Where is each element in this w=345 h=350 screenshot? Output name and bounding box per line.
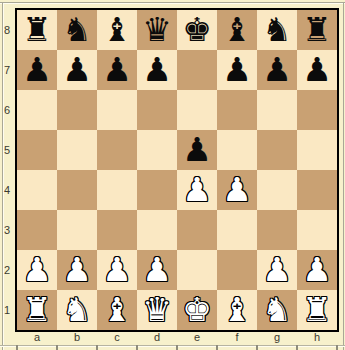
- white-bishop: ♝: [97, 290, 137, 330]
- square-g2[interactable]: ♟: [257, 250, 297, 290]
- white-pawn: ♟: [97, 250, 137, 290]
- white-pawn: ♟: [17, 250, 57, 290]
- file-label-h: h: [297, 331, 337, 345]
- square-e5[interactable]: ♟: [177, 130, 217, 170]
- ruler-tick: [56, 345, 58, 350]
- black-king: ♚: [177, 10, 217, 50]
- square-a7[interactable]: ♟: [17, 50, 57, 90]
- square-f7[interactable]: ♟: [217, 50, 257, 90]
- square-e8[interactable]: ♚: [177, 10, 217, 50]
- chessboard-panel: 87654321 ♜♞♝♛♚♝♞♜♟♟♟♟♟♟♟♟♟♟♟♟♟♟♟♟♜♞♝♛♚♝♞…: [0, 0, 345, 350]
- ruler-tick: [136, 345, 138, 350]
- ruler-tick: [256, 345, 258, 350]
- rank-labels: 87654321: [0, 10, 15, 330]
- square-c4[interactable]: [97, 170, 137, 210]
- square-g8[interactable]: ♞: [257, 10, 297, 50]
- square-f4[interactable]: ♟: [217, 170, 257, 210]
- black-queen: ♛: [137, 10, 177, 50]
- square-b6[interactable]: [57, 90, 97, 130]
- square-d4[interactable]: [137, 170, 177, 210]
- file-label-e: e: [177, 331, 217, 345]
- square-d7[interactable]: ♟: [137, 50, 177, 90]
- black-pawn: ♟: [257, 50, 297, 90]
- square-h2[interactable]: ♟: [297, 250, 337, 290]
- ruler-tick: [296, 345, 298, 350]
- square-e6[interactable]: [177, 90, 217, 130]
- square-g6[interactable]: [257, 90, 297, 130]
- square-g5[interactable]: [257, 130, 297, 170]
- white-rook: ♜: [17, 290, 57, 330]
- ruler-tick: [96, 345, 98, 350]
- white-pawn: ♟: [217, 170, 257, 210]
- square-e3[interactable]: [177, 210, 217, 250]
- rank-label-7: 7: [0, 50, 14, 90]
- square-e4[interactable]: ♟: [177, 170, 217, 210]
- square-h6[interactable]: [297, 90, 337, 130]
- black-bishop: ♝: [217, 10, 257, 50]
- ruler-tick: [336, 345, 338, 350]
- ruler-tick: [216, 345, 218, 350]
- square-c3[interactable]: [97, 210, 137, 250]
- square-d5[interactable]: [137, 130, 177, 170]
- square-h1[interactable]: ♜: [297, 290, 337, 330]
- panel-top-highlight: [0, 3, 345, 4]
- black-pawn: ♟: [177, 130, 217, 170]
- square-f8[interactable]: ♝: [217, 10, 257, 50]
- ruler-tick: [176, 345, 178, 350]
- square-b5[interactable]: [57, 130, 97, 170]
- white-knight: ♞: [257, 290, 297, 330]
- square-f3[interactable]: [217, 210, 257, 250]
- black-rook: ♜: [297, 10, 337, 50]
- square-d6[interactable]: [137, 90, 177, 130]
- square-c6[interactable]: [97, 90, 137, 130]
- file-labels: abcdefgh: [17, 331, 337, 345]
- square-f6[interactable]: [217, 90, 257, 130]
- bottom-rule: [0, 345, 345, 347]
- ruler-tick: [16, 345, 18, 350]
- square-a3[interactable]: [17, 210, 57, 250]
- black-knight: ♞: [257, 10, 297, 50]
- black-pawn: ♟: [297, 50, 337, 90]
- rank-label-3: 3: [0, 210, 14, 250]
- square-a4[interactable]: [17, 170, 57, 210]
- square-b1[interactable]: ♞: [57, 290, 97, 330]
- square-d1[interactable]: ♛: [137, 290, 177, 330]
- square-h5[interactable]: [297, 130, 337, 170]
- square-f1[interactable]: ♝: [217, 290, 257, 330]
- square-a2[interactable]: ♟: [17, 250, 57, 290]
- rank-label-1: 1: [0, 290, 14, 330]
- white-rook: ♜: [297, 290, 337, 330]
- white-bishop: ♝: [217, 290, 257, 330]
- file-label-b: b: [57, 331, 97, 345]
- square-f5[interactable]: [217, 130, 257, 170]
- white-pawn: ♟: [297, 250, 337, 290]
- square-c8[interactable]: ♝: [97, 10, 137, 50]
- white-pawn: ♟: [137, 250, 177, 290]
- white-queen: ♛: [137, 290, 177, 330]
- square-c7[interactable]: ♟: [97, 50, 137, 90]
- white-king: ♚: [177, 290, 217, 330]
- square-g4[interactable]: [257, 170, 297, 210]
- square-b7[interactable]: ♟: [57, 50, 97, 90]
- white-pawn: ♟: [177, 170, 217, 210]
- square-h4[interactable]: [297, 170, 337, 210]
- square-c5[interactable]: [97, 130, 137, 170]
- square-e2[interactable]: [177, 250, 217, 290]
- square-f2[interactable]: [217, 250, 257, 290]
- white-pawn: ♟: [57, 250, 97, 290]
- black-pawn: ♟: [217, 50, 257, 90]
- square-a5[interactable]: [17, 130, 57, 170]
- rank-label-6: 6: [0, 90, 14, 130]
- chess-board: ♜♞♝♛♚♝♞♜♟♟♟♟♟♟♟♟♟♟♟♟♟♟♟♟♜♞♝♛♚♝♞♜: [15, 8, 339, 332]
- black-pawn: ♟: [17, 50, 57, 90]
- square-d2[interactable]: ♟: [137, 250, 177, 290]
- square-d3[interactable]: [137, 210, 177, 250]
- square-b3[interactable]: [57, 210, 97, 250]
- square-h3[interactable]: [297, 210, 337, 250]
- square-b4[interactable]: [57, 170, 97, 210]
- rank-label-4: 4: [0, 170, 14, 210]
- file-label-g: g: [257, 331, 297, 345]
- file-label-f: f: [217, 331, 257, 345]
- file-label-c: c: [97, 331, 137, 345]
- square-a6[interactable]: [17, 90, 57, 130]
- rank-label-2: 2: [0, 250, 14, 290]
- panel-right-edge: [343, 2, 344, 350]
- square-g7[interactable]: ♟: [257, 50, 297, 90]
- rank-label-8: 8: [0, 10, 14, 50]
- square-c1[interactable]: ♝: [97, 290, 137, 330]
- rank-label-5: 5: [0, 130, 14, 170]
- square-a8[interactable]: ♜: [17, 10, 57, 50]
- black-knight: ♞: [57, 10, 97, 50]
- square-a1[interactable]: ♜: [17, 290, 57, 330]
- square-g3[interactable]: [257, 210, 297, 250]
- square-g1[interactable]: ♞: [257, 290, 297, 330]
- square-c2[interactable]: ♟: [97, 250, 137, 290]
- white-knight: ♞: [57, 290, 97, 330]
- square-h8[interactable]: ♜: [297, 10, 337, 50]
- square-b8[interactable]: ♞: [57, 10, 97, 50]
- black-pawn: ♟: [137, 50, 177, 90]
- file-label-a: a: [17, 331, 57, 345]
- file-label-d: d: [137, 331, 177, 345]
- black-rook: ♜: [17, 10, 57, 50]
- square-e7[interactable]: [177, 50, 217, 90]
- square-b2[interactable]: ♟: [57, 250, 97, 290]
- black-pawn: ♟: [97, 50, 137, 90]
- square-e1[interactable]: ♚: [177, 290, 217, 330]
- white-pawn: ♟: [257, 250, 297, 290]
- square-d8[interactable]: ♛: [137, 10, 177, 50]
- square-h7[interactable]: ♟: [297, 50, 337, 90]
- black-pawn: ♟: [57, 50, 97, 90]
- black-bishop: ♝: [97, 10, 137, 50]
